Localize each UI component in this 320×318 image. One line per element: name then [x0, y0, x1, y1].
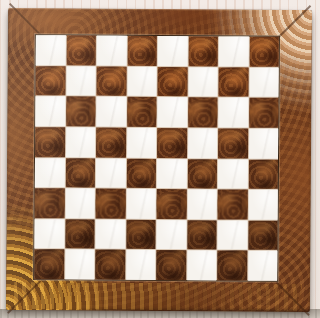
- square-d5[interactable]: [127, 128, 157, 158]
- frame-mitre-seam-bottom-left: [7, 280, 41, 313]
- square-e3[interactable]: [157, 189, 187, 219]
- square-f1[interactable]: [187, 251, 217, 281]
- frame-mitre-seam-bottom-right: [276, 281, 309, 315]
- square-g1[interactable]: [217, 251, 247, 281]
- square-g8[interactable]: [219, 36, 249, 66]
- square-b1[interactable]: [65, 250, 95, 280]
- square-a4[interactable]: [35, 158, 65, 188]
- square-f3[interactable]: [187, 189, 217, 219]
- square-a3[interactable]: [35, 188, 65, 218]
- square-h3[interactable]: [248, 190, 278, 220]
- square-c4[interactable]: [96, 158, 126, 188]
- square-a2[interactable]: [34, 219, 64, 249]
- square-e7[interactable]: [157, 67, 187, 97]
- square-h2[interactable]: [248, 220, 278, 250]
- square-g4[interactable]: [218, 159, 248, 189]
- square-b2[interactable]: [65, 219, 95, 249]
- square-f4[interactable]: [187, 159, 217, 189]
- square-a5[interactable]: [35, 127, 65, 157]
- playing-area: [33, 34, 280, 282]
- square-a6[interactable]: [35, 96, 65, 126]
- square-b5[interactable]: [66, 127, 96, 157]
- square-b6[interactable]: [66, 97, 96, 127]
- square-g5[interactable]: [218, 128, 248, 158]
- square-h4[interactable]: [248, 159, 278, 189]
- square-a7[interactable]: [35, 66, 65, 96]
- square-h6[interactable]: [249, 98, 279, 128]
- square-h1[interactable]: [248, 251, 278, 281]
- square-e4[interactable]: [157, 158, 187, 188]
- square-e2[interactable]: [156, 220, 186, 250]
- square-f7[interactable]: [188, 67, 218, 97]
- square-d8[interactable]: [127, 36, 157, 66]
- square-d1[interactable]: [126, 250, 156, 280]
- square-b8[interactable]: [66, 35, 96, 65]
- frame-mitre-seam-top-right: [277, 5, 311, 38]
- square-c3[interactable]: [96, 189, 126, 219]
- square-b7[interactable]: [66, 66, 96, 96]
- square-h8[interactable]: [249, 37, 279, 67]
- square-a8[interactable]: [36, 35, 66, 65]
- square-d2[interactable]: [126, 220, 156, 250]
- square-h7[interactable]: [249, 67, 279, 97]
- square-c5[interactable]: [96, 127, 126, 157]
- square-c6[interactable]: [96, 97, 126, 127]
- square-c8[interactable]: [97, 36, 127, 66]
- square-c7[interactable]: [96, 66, 126, 96]
- frame-mitre-seam-top-left: [9, 3, 42, 37]
- square-h5[interactable]: [249, 129, 279, 159]
- square-b3[interactable]: [65, 188, 95, 218]
- square-g2[interactable]: [217, 220, 247, 250]
- square-f8[interactable]: [188, 36, 218, 66]
- square-f2[interactable]: [187, 220, 217, 250]
- square-d4[interactable]: [126, 158, 156, 188]
- chess-board: [6, 8, 312, 312]
- photo-scene: [0, 0, 320, 318]
- square-b4[interactable]: [65, 158, 95, 188]
- square-e5[interactable]: [157, 128, 187, 158]
- square-e8[interactable]: [158, 36, 188, 66]
- square-f6[interactable]: [188, 97, 218, 127]
- square-d7[interactable]: [127, 66, 157, 96]
- square-d6[interactable]: [127, 97, 157, 127]
- square-c2[interactable]: [95, 219, 125, 249]
- square-e6[interactable]: [157, 97, 187, 127]
- square-d3[interactable]: [126, 189, 156, 219]
- frame-olive-streaks-bottom: [14, 282, 302, 311]
- square-g7[interactable]: [218, 67, 248, 97]
- square-g6[interactable]: [218, 98, 248, 128]
- square-c1[interactable]: [95, 250, 125, 280]
- square-e1[interactable]: [156, 250, 186, 280]
- square-a1[interactable]: [34, 250, 64, 280]
- square-g3[interactable]: [218, 190, 248, 220]
- square-f5[interactable]: [188, 128, 218, 158]
